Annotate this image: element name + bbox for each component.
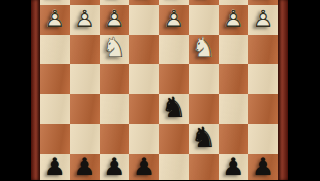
square-d6 — [159, 124, 189, 154]
square-d7 — [159, 154, 189, 181]
square-a5 — [248, 94, 278, 124]
square-h5 — [40, 94, 70, 124]
square-h3 — [40, 35, 70, 65]
square-f4 — [100, 64, 130, 94]
square-e2 — [129, 5, 159, 35]
square-f7: ♟ — [100, 154, 130, 181]
white-pawn: ♟♙ — [219, 5, 249, 35]
black-pawn: ♟ — [40, 154, 70, 181]
square-g3 — [70, 35, 100, 65]
square-f3: ♞♘ — [100, 35, 130, 65]
white-knight: ♞♘ — [100, 35, 130, 65]
square-c5 — [189, 94, 219, 124]
square-f6 — [100, 124, 130, 154]
black-pawn: ♟ — [70, 154, 100, 181]
square-a6 — [248, 124, 278, 154]
square-f5 — [100, 94, 130, 124]
black-pawn: ♟ — [129, 154, 159, 181]
square-d3 — [159, 35, 189, 65]
white-pawn: ♟♙ — [70, 5, 100, 35]
square-d2: ♟♙ — [159, 5, 189, 35]
white-pawn: ♟♙ — [40, 5, 70, 35]
square-f2: ♟♙ — [100, 5, 130, 35]
square-h2: ♟♙ — [40, 5, 70, 35]
white-pawn: ♟♙ — [159, 5, 189, 35]
square-g6 — [70, 124, 100, 154]
square-h6 — [40, 124, 70, 154]
black-knight: ♞ — [189, 124, 219, 154]
square-d5: ♞ — [159, 94, 189, 124]
square-b2: ♟♙ — [219, 5, 249, 35]
letterbox-right — [288, 0, 320, 180]
square-c6: ♞ — [189, 124, 219, 154]
square-a2: ♟♙ — [248, 5, 278, 35]
white-knight: ♞♘ — [189, 35, 219, 65]
square-h7: ♟ — [40, 154, 70, 181]
square-c4 — [189, 64, 219, 94]
chess-board: ♜♖♝♗♚♔♛♕♝♗♜♖♟♙♟♙♟♙♟♙♟♙♟♙♞♘♞♘♞♞♟♟♟♟♟♟♜♝♚♛… — [40, 0, 278, 180]
white-pawn: ♟♙ — [248, 5, 278, 35]
square-e7: ♟ — [129, 154, 159, 181]
white-pawn: ♟♙ — [100, 5, 130, 35]
black-knight: ♞ — [159, 94, 189, 124]
square-b3 — [219, 35, 249, 65]
square-d4 — [159, 64, 189, 94]
letterbox-left — [0, 0, 31, 180]
square-e4 — [129, 64, 159, 94]
square-a7: ♟ — [248, 154, 278, 181]
black-pawn: ♟ — [219, 154, 249, 181]
square-e5 — [129, 94, 159, 124]
square-b6 — [219, 124, 249, 154]
square-b5 — [219, 94, 249, 124]
square-h4 — [40, 64, 70, 94]
square-c3: ♞♘ — [189, 35, 219, 65]
square-b7: ♟ — [219, 154, 249, 181]
square-c2 — [189, 5, 219, 35]
square-a3 — [248, 35, 278, 65]
board-frame-right — [278, 0, 288, 180]
square-a4 — [248, 64, 278, 94]
square-g7: ♟ — [70, 154, 100, 181]
square-b4 — [219, 64, 249, 94]
black-pawn: ♟ — [100, 154, 130, 181]
video-frame: ♜♖♝♗♚♔♛♕♝♗♜♖♟♙♟♙♟♙♟♙♟♙♟♙♞♘♞♘♞♞♟♟♟♟♟♟♜♝♚♛… — [0, 0, 320, 180]
black-pawn: ♟ — [248, 154, 278, 181]
board-frame-left — [31, 0, 40, 180]
square-g5 — [70, 94, 100, 124]
square-e3 — [129, 35, 159, 65]
square-c7 — [189, 154, 219, 181]
square-g2: ♟♙ — [70, 5, 100, 35]
square-g4 — [70, 64, 100, 94]
square-e6 — [129, 124, 159, 154]
